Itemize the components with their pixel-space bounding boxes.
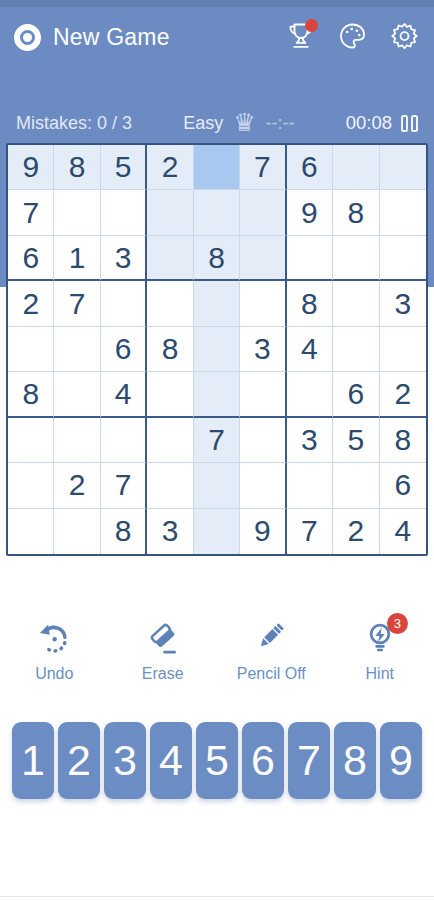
gear-icon bbox=[389, 21, 420, 54]
cell-r3c5[interactable]: 8 bbox=[194, 236, 240, 281]
cell-r8c9[interactable]: 6 bbox=[380, 463, 426, 508]
statusbar-shade bbox=[0, 0, 434, 7]
cell-r1c9[interactable] bbox=[380, 145, 426, 190]
cell-r2c1[interactable]: 7 bbox=[8, 190, 54, 235]
cell-r1c7[interactable]: 6 bbox=[287, 145, 333, 190]
cell-r4c6[interactable] bbox=[240, 281, 286, 326]
cell-r5c3[interactable]: 6 bbox=[101, 327, 147, 372]
new-game-menu[interactable]: New Game bbox=[14, 24, 170, 51]
cell-r7c2[interactable] bbox=[54, 418, 100, 463]
cell-r2c2[interactable] bbox=[54, 190, 100, 235]
bottom-divider bbox=[0, 896, 434, 900]
cell-r2c3[interactable] bbox=[101, 190, 147, 235]
cell-r4c7[interactable]: 8 bbox=[287, 281, 333, 326]
top-bar: New Game bbox=[0, 16, 434, 58]
cell-r6c9[interactable]: 2 bbox=[380, 372, 426, 417]
cell-r5c1[interactable] bbox=[8, 327, 54, 372]
cell-r5c8[interactable] bbox=[333, 327, 379, 372]
cell-r7c3[interactable] bbox=[101, 418, 147, 463]
cell-r2c8[interactable]: 8 bbox=[333, 190, 379, 235]
cell-r3c9[interactable] bbox=[380, 236, 426, 281]
palette-icon bbox=[337, 21, 368, 54]
best-time-label: --:-- bbox=[266, 113, 295, 134]
cell-r9c8[interactable]: 2 bbox=[333, 509, 379, 554]
cell-r1c5[interactable] bbox=[194, 145, 240, 190]
cell-r6c2[interactable] bbox=[54, 372, 100, 417]
cell-r6c5[interactable] bbox=[194, 372, 240, 417]
hint-count-badge: 3 bbox=[387, 613, 408, 634]
hint-bulb-icon: 3 bbox=[361, 620, 399, 658]
cell-r4c8[interactable] bbox=[333, 281, 379, 326]
cell-r2c9[interactable] bbox=[380, 190, 426, 235]
cell-r7c6[interactable] bbox=[240, 418, 286, 463]
cell-r9c9[interactable]: 4 bbox=[380, 509, 426, 554]
pause-icon bbox=[411, 115, 418, 132]
cell-r4c4[interactable] bbox=[147, 281, 193, 326]
cell-r7c1[interactable] bbox=[8, 418, 54, 463]
cell-r3c4[interactable] bbox=[147, 236, 193, 281]
cell-r4c5[interactable] bbox=[194, 281, 240, 326]
pencil-label: Pencil Off bbox=[237, 665, 306, 683]
cell-r8c5[interactable] bbox=[194, 463, 240, 508]
cell-r2c4[interactable] bbox=[147, 190, 193, 235]
status-bar: Mistakes: 0 / 3 Easy ♛ --:-- 00:08 bbox=[16, 108, 418, 138]
cell-r4c9[interactable]: 3 bbox=[380, 281, 426, 326]
num-button-6[interactable]: 6 bbox=[242, 722, 284, 799]
num-button-5[interactable]: 5 bbox=[196, 722, 238, 799]
cell-r8c1[interactable] bbox=[8, 463, 54, 508]
num-button-3[interactable]: 3 bbox=[104, 722, 146, 799]
cell-r4c3[interactable] bbox=[101, 281, 147, 326]
cell-r2c6[interactable] bbox=[240, 190, 286, 235]
cell-r8c8[interactable] bbox=[333, 463, 379, 508]
theme-button[interactable] bbox=[337, 21, 368, 54]
top-actions bbox=[285, 21, 420, 54]
settings-button[interactable] bbox=[389, 21, 420, 54]
cell-r8c2[interactable]: 2 bbox=[54, 463, 100, 508]
cell-r1c6[interactable]: 7 bbox=[240, 145, 286, 190]
cell-r1c3[interactable]: 5 bbox=[101, 145, 147, 190]
num-button-2[interactable]: 2 bbox=[58, 722, 100, 799]
cell-r9c2[interactable] bbox=[54, 509, 100, 554]
sudoku-board: 98527679861382783683484627358276839724 bbox=[6, 143, 428, 556]
cell-r8c6[interactable] bbox=[240, 463, 286, 508]
cell-r5c2[interactable] bbox=[54, 327, 100, 372]
rewards-notification-dot bbox=[305, 19, 318, 32]
toolbar: Undo Erase bbox=[0, 612, 434, 698]
cell-r6c8[interactable]: 6 bbox=[333, 372, 379, 417]
undo-label: Undo bbox=[35, 665, 73, 683]
cell-r6c1[interactable]: 8 bbox=[8, 372, 54, 417]
cell-r9c4[interactable]: 3 bbox=[147, 509, 193, 554]
cell-r1c1[interactable]: 9 bbox=[8, 145, 54, 190]
num-button-8[interactable]: 8 bbox=[334, 722, 376, 799]
numpad: 1 2 3 4 5 6 7 8 9 bbox=[12, 722, 422, 799]
undo-icon bbox=[35, 620, 73, 658]
cell-r1c8[interactable] bbox=[333, 145, 379, 190]
cell-r5c9[interactable] bbox=[380, 327, 426, 372]
cell-r8c7[interactable] bbox=[287, 463, 333, 508]
rewards-button[interactable] bbox=[285, 21, 316, 54]
cell-r1c4[interactable]: 2 bbox=[147, 145, 193, 190]
cell-r2c5[interactable] bbox=[194, 190, 240, 235]
cell-r8c4[interactable] bbox=[147, 463, 193, 508]
cell-r4c2[interactable]: 7 bbox=[54, 281, 100, 326]
pencil-toggle-button[interactable]: Pencil Off bbox=[217, 612, 326, 698]
cell-r3c7[interactable] bbox=[287, 236, 333, 281]
cell-r3c8[interactable] bbox=[333, 236, 379, 281]
crown-icon: ♛ bbox=[233, 110, 255, 135]
hint-button[interactable]: 3 Hint bbox=[326, 612, 434, 698]
difficulty-group[interactable]: Easy ♛ --:-- bbox=[183, 111, 294, 136]
difficulty-label: Easy bbox=[183, 113, 223, 134]
cell-r2c7[interactable]: 9 bbox=[287, 190, 333, 235]
cell-r9c3[interactable]: 8 bbox=[101, 509, 147, 554]
pause-button[interactable] bbox=[401, 115, 418, 132]
cell-r5c6[interactable]: 3 bbox=[240, 327, 286, 372]
cell-r7c9[interactable]: 8 bbox=[380, 418, 426, 463]
eraser-icon bbox=[144, 620, 182, 658]
cell-r9c7[interactable]: 7 bbox=[287, 509, 333, 554]
mistakes-label: Mistakes: 0 / 3 bbox=[16, 113, 132, 134]
cell-r3c1[interactable]: 6 bbox=[8, 236, 54, 281]
num-button-4[interactable]: 4 bbox=[150, 722, 192, 799]
undo-button[interactable]: Undo bbox=[0, 612, 109, 698]
hint-label: Hint bbox=[366, 665, 394, 683]
pause-icon bbox=[401, 115, 408, 132]
cell-r5c5[interactable] bbox=[194, 327, 240, 372]
cell-r4c1[interactable]: 2 bbox=[8, 281, 54, 326]
erase-label: Erase bbox=[142, 665, 184, 683]
cell-r7c4[interactable] bbox=[147, 418, 193, 463]
timer-group: 00:08 bbox=[346, 112, 418, 134]
cell-r9c6[interactable]: 9 bbox=[240, 509, 286, 554]
cell-r8c3[interactable]: 7 bbox=[101, 463, 147, 508]
cell-r3c6[interactable] bbox=[240, 236, 286, 281]
record-icon bbox=[14, 24, 41, 51]
cell-r7c7[interactable]: 3 bbox=[287, 418, 333, 463]
app-screen: New Game bbox=[0, 0, 434, 900]
cell-r3c3[interactable]: 3 bbox=[101, 236, 147, 281]
num-button-1[interactable]: 1 bbox=[12, 722, 54, 799]
cell-r1c2[interactable]: 8 bbox=[54, 145, 100, 190]
erase-button[interactable]: Erase bbox=[109, 612, 218, 698]
cell-r6c3[interactable]: 4 bbox=[101, 372, 147, 417]
pencil-icon bbox=[252, 620, 290, 658]
cell-r9c1[interactable] bbox=[8, 509, 54, 554]
cell-r3c2[interactable]: 1 bbox=[54, 236, 100, 281]
cell-r6c4[interactable] bbox=[147, 372, 193, 417]
cell-r9c5[interactable] bbox=[194, 509, 240, 554]
timer-label: 00:08 bbox=[346, 112, 392, 134]
cell-r5c7[interactable]: 4 bbox=[287, 327, 333, 372]
page-title: New Game bbox=[53, 24, 170, 51]
cell-r6c6[interactable] bbox=[240, 372, 286, 417]
cell-r5c4[interactable]: 8 bbox=[147, 327, 193, 372]
num-button-7[interactable]: 7 bbox=[288, 722, 330, 799]
cell-r7c5[interactable]: 7 bbox=[194, 418, 240, 463]
cell-r6c7[interactable] bbox=[287, 372, 333, 417]
num-button-9[interactable]: 9 bbox=[380, 722, 422, 799]
cell-r7c8[interactable]: 5 bbox=[333, 418, 379, 463]
